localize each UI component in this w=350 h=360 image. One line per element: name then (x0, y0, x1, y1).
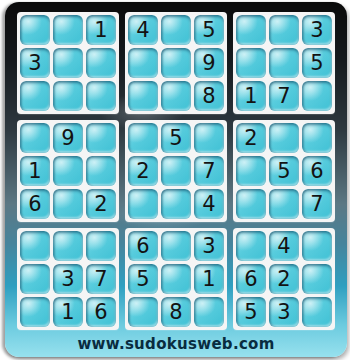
cell-r4c1[interactable] (20, 123, 50, 153)
sudoku-box-6: 2567 (233, 120, 335, 222)
cell-r9c1[interactable] (20, 297, 50, 327)
cell-r2c9: 5 (302, 48, 332, 78)
cell-r7c4: 6 (128, 231, 158, 261)
cell-r1c5[interactable] (161, 15, 191, 45)
cell-r5c2[interactable] (53, 156, 83, 186)
cell-r7c6: 3 (194, 231, 224, 261)
cell-r7c8: 4 (269, 231, 299, 261)
cell-r6c4[interactable] (128, 189, 158, 219)
cell-r8c4: 5 (128, 264, 158, 294)
cell-r2c8[interactable] (269, 48, 299, 78)
cell-r2c2[interactable] (53, 48, 83, 78)
cell-r7c3[interactable] (86, 231, 116, 261)
cell-r6c6: 4 (194, 189, 224, 219)
cell-r7c5[interactable] (161, 231, 191, 261)
sudoku-box-4: 9162 (17, 120, 119, 222)
cell-r2c4[interactable] (128, 48, 158, 78)
cell-r9c2: 1 (53, 297, 83, 327)
sudoku-grid: 134598351791625274256737166351846253 (17, 12, 335, 330)
cell-r3c7: 1 (236, 81, 266, 111)
cell-r5c9: 6 (302, 156, 332, 186)
cell-r3c8: 7 (269, 81, 299, 111)
cell-r3c3[interactable] (86, 81, 116, 111)
cell-r3c4[interactable] (128, 81, 158, 111)
sudoku-box-3: 3517 (233, 12, 335, 114)
cell-r2c7[interactable] (236, 48, 266, 78)
cell-r4c2: 9 (53, 123, 83, 153)
cell-r5c5[interactable] (161, 156, 191, 186)
sudoku-box-5: 5274 (125, 120, 227, 222)
cell-r8c3: 7 (86, 264, 116, 294)
website-link[interactable]: www.sudokusweb.com (77, 335, 274, 353)
cell-r2c1: 3 (20, 48, 50, 78)
cell-r8c5[interactable] (161, 264, 191, 294)
cell-r7c7[interactable] (236, 231, 266, 261)
cell-r9c8: 3 (269, 297, 299, 327)
cell-r4c5: 5 (161, 123, 191, 153)
cell-r6c5[interactable] (161, 189, 191, 219)
cell-r4c6[interactable] (194, 123, 224, 153)
cell-r7c1[interactable] (20, 231, 50, 261)
cell-r6c9: 7 (302, 189, 332, 219)
cell-r4c4[interactable] (128, 123, 158, 153)
cell-r5c3[interactable] (86, 156, 116, 186)
cell-r9c7: 5 (236, 297, 266, 327)
cell-r8c1[interactable] (20, 264, 50, 294)
cell-r2c5[interactable] (161, 48, 191, 78)
cell-r4c8[interactable] (269, 123, 299, 153)
cell-r1c8[interactable] (269, 15, 299, 45)
cell-r3c1[interactable] (20, 81, 50, 111)
cell-r3c2[interactable] (53, 81, 83, 111)
cell-r1c7[interactable] (236, 15, 266, 45)
cell-r5c7[interactable] (236, 156, 266, 186)
cell-r9c3: 6 (86, 297, 116, 327)
cell-r5c8: 5 (269, 156, 299, 186)
cell-r6c1: 6 (20, 189, 50, 219)
cell-r9c4[interactable] (128, 297, 158, 327)
cell-r2c6: 9 (194, 48, 224, 78)
cell-r8c9[interactable] (302, 264, 332, 294)
sudoku-box-1: 13 (17, 12, 119, 114)
cell-r4c9[interactable] (302, 123, 332, 153)
sudoku-board: 134598351791625274256737166351846253 www… (5, 2, 347, 357)
cell-r5c4: 2 (128, 156, 158, 186)
cell-r1c9: 3 (302, 15, 332, 45)
cell-r8c7: 6 (236, 264, 266, 294)
cell-r9c9[interactable] (302, 297, 332, 327)
cell-r2c3[interactable] (86, 48, 116, 78)
sudoku-box-9: 46253 (233, 228, 335, 330)
cell-r4c3[interactable] (86, 123, 116, 153)
cell-r8c2: 3 (53, 264, 83, 294)
cell-r6c8[interactable] (269, 189, 299, 219)
cell-r3c9[interactable] (302, 81, 332, 111)
cell-r9c5: 8 (161, 297, 191, 327)
cell-r6c7[interactable] (236, 189, 266, 219)
cell-r6c3: 2 (86, 189, 116, 219)
cell-r5c1: 1 (20, 156, 50, 186)
cell-r7c2[interactable] (53, 231, 83, 261)
cell-r5c6: 7 (194, 156, 224, 186)
sudoku-box-7: 3716 (17, 228, 119, 330)
cell-r1c4: 4 (128, 15, 158, 45)
cell-r1c3: 1 (86, 15, 116, 45)
cell-r6c2[interactable] (53, 189, 83, 219)
cell-r1c6: 5 (194, 15, 224, 45)
sudoku-box-2: 4598 (125, 12, 227, 114)
cell-r1c2[interactable] (53, 15, 83, 45)
cell-r7c9[interactable] (302, 231, 332, 261)
cell-r8c6: 1 (194, 264, 224, 294)
cell-r3c6: 8 (194, 81, 224, 111)
cell-r8c8: 2 (269, 264, 299, 294)
cell-r1c1[interactable] (20, 15, 50, 45)
cell-r4c7: 2 (236, 123, 266, 153)
footer-bar: www.sudokusweb.com (5, 330, 347, 357)
cell-r9c6[interactable] (194, 297, 224, 327)
cell-r3c5[interactable] (161, 81, 191, 111)
sudoku-box-8: 63518 (125, 228, 227, 330)
